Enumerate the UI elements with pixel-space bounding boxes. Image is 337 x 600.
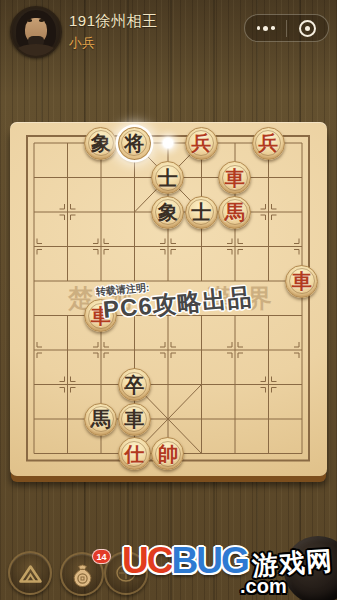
piece-black-advisor[interactable]: 士: [151, 161, 184, 194]
board-cell[interactable]: [285, 368, 319, 403]
board-cell[interactable]: 馬: [218, 195, 252, 230]
board-cell[interactable]: [51, 126, 85, 161]
board-cell[interactable]: [118, 333, 152, 368]
rank-label: 小兵: [69, 34, 95, 52]
board-cell[interactable]: [285, 402, 319, 437]
board-cell[interactable]: [118, 161, 152, 196]
wechat-capsule: [244, 14, 329, 42]
piece-red-horse[interactable]: 馬: [218, 196, 251, 229]
piece-red-chariot[interactable]: 車: [218, 161, 251, 194]
board-cell[interactable]: [285, 299, 319, 334]
coin-badge: 14: [92, 549, 111, 564]
board-cell[interactable]: [17, 195, 51, 230]
board-cell[interactable]: [118, 230, 152, 265]
board-cell[interactable]: 象: [151, 195, 185, 230]
piece-red-soldier[interactable]: 兵: [185, 127, 218, 160]
level-title: 191徐州相王: [69, 12, 158, 31]
move-hint-dot[interactable]: [163, 138, 173, 148]
collapse-button[interactable]: [8, 551, 52, 595]
board-cell[interactable]: [51, 333, 85, 368]
board-cell[interactable]: [252, 368, 286, 403]
board-cell[interactable]: [218, 126, 252, 161]
piece-black-general[interactable]: 将: [118, 127, 151, 160]
piece-black-elephant[interactable]: 象: [84, 127, 117, 160]
site-logo-domain: .com: [240, 575, 287, 598]
board-cell[interactable]: [285, 126, 319, 161]
board-cell[interactable]: [185, 161, 219, 196]
board-cell[interactable]: [185, 333, 219, 368]
more-icon: [257, 26, 275, 31]
board-cell[interactable]: [151, 230, 185, 265]
board-cell[interactable]: [252, 402, 286, 437]
piece-black-chariot[interactable]: 車: [118, 403, 151, 436]
board-cell[interactable]: [17, 333, 51, 368]
board-cell[interactable]: 象: [84, 126, 118, 161]
board-cell[interactable]: [51, 402, 85, 437]
board-cell[interactable]: [84, 333, 118, 368]
board-cell[interactable]: [185, 402, 219, 437]
piece-red-general[interactable]: 帥: [151, 437, 184, 470]
board-cell[interactable]: [84, 230, 118, 265]
board-cell[interactable]: [285, 195, 319, 230]
board-cell[interactable]: [118, 195, 152, 230]
exit-button[interactable]: [287, 15, 328, 41]
board-cell[interactable]: 車: [118, 402, 152, 437]
board-cell[interactable]: [218, 333, 252, 368]
board-cell[interactable]: [151, 126, 185, 161]
board-cell[interactable]: [252, 230, 286, 265]
board-cell[interactable]: [218, 437, 252, 472]
board-cell[interactable]: [185, 368, 219, 403]
board-cell[interactable]: [285, 437, 319, 472]
board-cell[interactable]: [151, 368, 185, 403]
board-cell[interactable]: [84, 195, 118, 230]
chest-icon: [113, 560, 139, 586]
board-cell[interactable]: [84, 161, 118, 196]
board-cell[interactable]: [17, 230, 51, 265]
piece-red-chariot[interactable]: 車: [285, 265, 318, 298]
board-cell[interactable]: [51, 161, 85, 196]
money-bag-icon: [68, 560, 97, 589]
board-cell[interactable]: [285, 161, 319, 196]
board-cell[interactable]: 士: [185, 195, 219, 230]
board-cell[interactable]: [17, 264, 51, 299]
board-cell[interactable]: [17, 126, 51, 161]
globe-icon: [284, 536, 337, 600]
piece-black-horse[interactable]: 馬: [84, 403, 117, 436]
board-cell[interactable]: 兵: [185, 126, 219, 161]
board-cell[interactable]: 車: [285, 264, 319, 299]
board-cell[interactable]: [17, 299, 51, 334]
board-cell[interactable]: 士: [151, 161, 185, 196]
board-cell[interactable]: [84, 368, 118, 403]
piece-black-advisor[interactable]: 士: [185, 196, 218, 229]
board-cell[interactable]: 卒: [118, 368, 152, 403]
piece-red-soldier[interactable]: 兵: [252, 127, 285, 160]
board-cell[interactable]: 馬: [84, 402, 118, 437]
board-cell[interactable]: [185, 230, 219, 265]
board-cell[interactable]: [51, 230, 85, 265]
board-cell[interactable]: [252, 333, 286, 368]
board-cell[interactable]: 仕: [118, 437, 152, 472]
board-cell[interactable]: [151, 333, 185, 368]
board-cell[interactable]: [51, 299, 85, 334]
board-cell[interactable]: [252, 264, 286, 299]
board-cell[interactable]: [151, 402, 185, 437]
board-cell[interactable]: [17, 437, 51, 472]
board-cell[interactable]: 将: [118, 126, 152, 161]
board-cell[interactable]: 兵: [252, 126, 286, 161]
piece-black-soldier[interactable]: 卒: [118, 368, 151, 401]
board-cell[interactable]: 車: [218, 161, 252, 196]
board-cell[interactable]: [51, 195, 85, 230]
player-avatar[interactable]: [10, 6, 62, 58]
top-bar: 191徐州相王 小兵: [0, 0, 337, 62]
board-cell[interactable]: [252, 299, 286, 334]
site-logo-cn: 游戏网: [251, 543, 334, 584]
piece-red-advisor[interactable]: 仕: [118, 437, 151, 470]
exit-icon: [299, 20, 316, 37]
board-cell[interactable]: [285, 230, 319, 265]
board-cell[interactable]: [17, 402, 51, 437]
board-cell[interactable]: [185, 437, 219, 472]
board-cell[interactable]: [51, 437, 85, 472]
board-cell[interactable]: [218, 402, 252, 437]
more-button[interactable]: [245, 15, 286, 41]
board-cell[interactable]: [17, 161, 51, 196]
board-cell[interactable]: [218, 230, 252, 265]
app-screen: 191徐州相王 小兵 楚河 漢界 象将兵兵士車象士馬車車卒馬車仕帥 转载请注明:…: [0, 0, 337, 600]
chevron-up-icon: [17, 562, 44, 585]
board-cell[interactable]: [218, 368, 252, 403]
board-cell[interactable]: [252, 195, 286, 230]
board-cell[interactable]: [252, 161, 286, 196]
board-cell[interactable]: [84, 437, 118, 472]
board-cell[interactable]: [285, 333, 319, 368]
piece-black-elephant[interactable]: 象: [151, 196, 184, 229]
board-cell[interactable]: 帥: [151, 437, 185, 472]
board-cell[interactable]: [51, 264, 85, 299]
board-cell[interactable]: [51, 368, 85, 403]
board-cell[interactable]: [17, 368, 51, 403]
board-cell[interactable]: [252, 437, 286, 472]
